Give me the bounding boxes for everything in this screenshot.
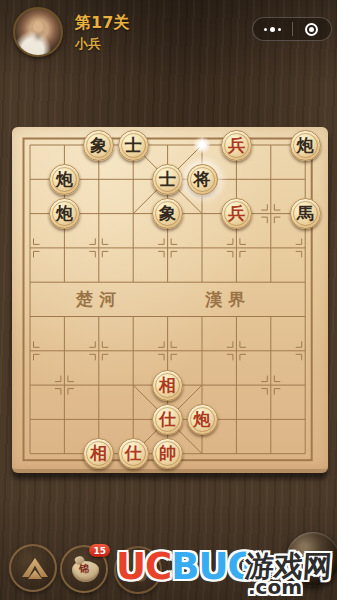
target-circle-icon	[305, 23, 318, 36]
hint-bag-button[interactable]: 锦 15	[60, 545, 108, 593]
piece-red-仕[interactable]: 仕	[118, 438, 149, 469]
bag-count-badge: 15	[89, 544, 110, 557]
piece-black-馬[interactable]: 馬	[290, 198, 321, 229]
player-rank: 小兵	[75, 34, 129, 54]
level-title: 第17关	[75, 12, 129, 34]
wechat-capsule	[252, 17, 332, 41]
pieces-layer: 象士兵炮炮士将炮象兵馬相仕炮相仕帥	[12, 127, 328, 469]
sphere-menu-button[interactable]	[286, 532, 337, 586]
piece-black-象[interactable]: 象	[83, 130, 114, 161]
piece-red-兵[interactable]: 兵	[221, 198, 252, 229]
obscured-item-button[interactable]	[114, 546, 162, 594]
more-button[interactable]	[253, 18, 292, 40]
piece-black-炮[interactable]: 炮	[49, 164, 80, 195]
more-dots-icon	[264, 27, 281, 32]
watermark-bug: BUG	[171, 545, 257, 588]
piece-black-将[interactable]: 将	[187, 164, 218, 195]
watermark-dotcom: .com	[248, 576, 302, 598]
piece-red-帥[interactable]: 帥	[152, 438, 183, 469]
piece-red-相[interactable]: 相	[83, 438, 114, 469]
expand-button[interactable]	[9, 544, 57, 592]
piece-red-兵[interactable]: 兵	[221, 130, 252, 161]
jar-icon	[133, 560, 147, 582]
piece-black-士[interactable]: 士	[152, 164, 183, 195]
piece-red-相[interactable]: 相	[152, 370, 183, 401]
piece-black-炮[interactable]: 炮	[290, 130, 321, 161]
xiangqi-board[interactable]: 楚河漢界 象士兵炮炮士将炮象兵馬相仕炮相仕帥	[12, 127, 328, 473]
minimize-button[interactable]	[293, 18, 332, 40]
piece-black-象[interactable]: 象	[152, 198, 183, 229]
piece-black-士[interactable]: 士	[118, 130, 149, 161]
app-window: 第17关 小兵 楚河漢界 象士兵炮炮士将炮象兵馬相仕炮相仕帥 锦 15 UCBU…	[0, 0, 337, 600]
piece-black-炮[interactable]: 炮	[49, 198, 80, 229]
player-avatar[interactable]	[13, 7, 63, 57]
header-titles: 第17关 小兵	[75, 12, 129, 54]
piece-red-炮[interactable]: 炮	[187, 404, 218, 435]
piece-red-仕[interactable]: 仕	[152, 404, 183, 435]
